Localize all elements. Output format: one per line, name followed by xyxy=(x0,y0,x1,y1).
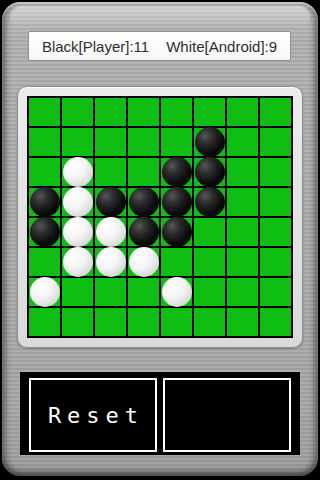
board-cell-d3[interactable] xyxy=(128,158,159,186)
white-disc xyxy=(96,217,126,247)
board-cell-d7[interactable] xyxy=(128,278,159,306)
black-disc xyxy=(195,187,225,217)
board-cell-h4[interactable] xyxy=(260,188,291,216)
board-cell-b5[interactable] xyxy=(62,218,93,246)
board-cell-c8[interactable] xyxy=(95,308,126,336)
message-button[interactable] xyxy=(163,378,291,452)
board-cell-e8[interactable] xyxy=(161,308,192,336)
board-cell-h5[interactable] xyxy=(260,218,291,246)
black-disc xyxy=(195,157,225,187)
white-disc xyxy=(162,277,192,307)
board-cell-a5[interactable] xyxy=(29,218,60,246)
board-cell-b1[interactable] xyxy=(62,98,93,126)
board-cell-e7[interactable] xyxy=(161,278,192,306)
board-cell-f4[interactable] xyxy=(194,188,225,216)
board-cell-b2[interactable] xyxy=(62,128,93,156)
board-cell-f2[interactable] xyxy=(194,128,225,156)
black-disc xyxy=(129,187,159,217)
white-disc xyxy=(96,247,126,277)
board-cell-f7[interactable] xyxy=(194,278,225,306)
board-cell-g4[interactable] xyxy=(227,188,258,216)
board-cell-e2[interactable] xyxy=(161,128,192,156)
black-disc xyxy=(129,217,159,247)
white-disc xyxy=(63,217,93,247)
board-cell-g5[interactable] xyxy=(227,218,258,246)
board-cell-d5[interactable] xyxy=(128,218,159,246)
board-cell-h6[interactable] xyxy=(260,248,291,276)
board-cell-a4[interactable] xyxy=(29,188,60,216)
board-frame xyxy=(17,86,303,348)
board-cell-e6[interactable] xyxy=(161,248,192,276)
board-cell-c2[interactable] xyxy=(95,128,126,156)
board-cell-d8[interactable] xyxy=(128,308,159,336)
score-status-bar: Black[Player]:11 White[Android]:9 xyxy=(28,31,291,61)
board-cell-e1[interactable] xyxy=(161,98,192,126)
board-cell-f6[interactable] xyxy=(194,248,225,276)
black-disc xyxy=(162,217,192,247)
board-cell-g8[interactable] xyxy=(227,308,258,336)
black-disc xyxy=(30,217,60,247)
black-disc xyxy=(30,187,60,217)
black-disc xyxy=(195,127,225,157)
white-score-label: White[Android]:9 xyxy=(166,38,277,55)
board-cell-g2[interactable] xyxy=(227,128,258,156)
board-cell-h7[interactable] xyxy=(260,278,291,306)
board-cell-d4[interactable] xyxy=(128,188,159,216)
board-cell-b8[interactable] xyxy=(62,308,93,336)
board-cell-a3[interactable] xyxy=(29,158,60,186)
board-cell-b3[interactable] xyxy=(62,158,93,186)
board-cell-f8[interactable] xyxy=(194,308,225,336)
black-score-label: Black[Player]:11 xyxy=(42,38,149,55)
board-cell-c5[interactable] xyxy=(95,218,126,246)
board-cell-c6[interactable] xyxy=(95,248,126,276)
board-cell-f5[interactable] xyxy=(194,218,225,246)
board-cell-a1[interactable] xyxy=(29,98,60,126)
board-cell-c3[interactable] xyxy=(95,158,126,186)
board-cell-e3[interactable] xyxy=(161,158,192,186)
black-disc xyxy=(162,157,192,187)
board-cell-h3[interactable] xyxy=(260,158,291,186)
board-cell-g6[interactable] xyxy=(227,248,258,276)
board-cell-h1[interactable] xyxy=(260,98,291,126)
board-cell-g7[interactable] xyxy=(227,278,258,306)
board-cell-a2[interactable] xyxy=(29,128,60,156)
board-cell-c1[interactable] xyxy=(95,98,126,126)
board-cell-h8[interactable] xyxy=(260,308,291,336)
board-cell-c4[interactable] xyxy=(95,188,126,216)
board-cell-g1[interactable] xyxy=(227,98,258,126)
white-disc xyxy=(63,247,93,277)
white-disc xyxy=(129,247,159,277)
board-cell-g3[interactable] xyxy=(227,158,258,186)
board-cell-a6[interactable] xyxy=(29,248,60,276)
board-cell-b6[interactable] xyxy=(62,248,93,276)
board-grid xyxy=(27,96,293,338)
black-disc xyxy=(162,187,192,217)
bottom-button-panel: Reset xyxy=(20,372,300,455)
reset-button-label: Reset xyxy=(48,403,144,428)
board-cell-b7[interactable] xyxy=(62,278,93,306)
board-cell-d6[interactable] xyxy=(128,248,159,276)
white-disc xyxy=(30,277,60,307)
board-cell-a8[interactable] xyxy=(29,308,60,336)
white-disc xyxy=(63,157,93,187)
board-cell-d2[interactable] xyxy=(128,128,159,156)
board-cell-d1[interactable] xyxy=(128,98,159,126)
board-cell-a7[interactable] xyxy=(29,278,60,306)
board-cell-e5[interactable] xyxy=(161,218,192,246)
board-cell-f1[interactable] xyxy=(194,98,225,126)
black-disc xyxy=(96,187,126,217)
board-cell-e4[interactable] xyxy=(161,188,192,216)
white-disc xyxy=(63,187,93,217)
board-cell-b4[interactable] xyxy=(62,188,93,216)
board-cell-h2[interactable] xyxy=(260,128,291,156)
reset-button[interactable]: Reset xyxy=(29,378,157,452)
board-cell-f3[interactable] xyxy=(194,158,225,186)
board-cell-c7[interactable] xyxy=(95,278,126,306)
